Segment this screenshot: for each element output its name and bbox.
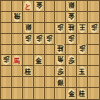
square-3-3[interactable]: 桂 [66,23,77,34]
square-1-9[interactable] [88,88,99,99]
piece-kanji: 玉 [79,68,85,77]
square-6-9[interactable] [34,88,45,99]
piece-歩-4三[interactable]: 歩 [56,23,66,33]
piece-歩-1三[interactable]: 歩 [89,23,99,33]
piece-kanji: 桂 [24,68,30,77]
square-8-5[interactable] [12,45,23,56]
square-9-7[interactable] [1,66,12,77]
square-3-2[interactable]: 金 [66,12,77,23]
square-4-3[interactable]: 歩 [55,23,66,34]
square-4-6[interactable]: 角 [55,55,66,66]
piece-金-6一[interactable]: 金 [34,1,44,11]
square-7-6[interactable] [23,55,34,66]
piece-kanji: 歩 [68,57,74,66]
piece-kanji: 角 [57,55,63,64]
square-3-1[interactable]: 銀 [66,1,77,12]
square-2-3[interactable]: 王 [77,23,88,34]
square-3-6[interactable]: 歩 [66,55,77,66]
square-9-4[interactable] [1,34,12,45]
square-5-7[interactable] [45,66,56,77]
square-5-3[interactable] [45,23,56,34]
piece-kanji: 歩 [24,34,30,43]
piece-玉-2七[interactable]: 玉 [77,66,87,76]
piece-角-4六[interactable]: 角 [56,55,66,65]
piece-kanji: 王 [79,23,85,32]
square-4-9[interactable] [55,88,66,99]
square-9-5[interactable] [1,45,12,56]
piece-kanji: 馬 [14,57,20,66]
square-7-9[interactable] [23,88,34,99]
piece-歩-2五[interactable]: 歩 [77,44,87,54]
square-6-3[interactable] [34,23,45,34]
square-8-9[interactable] [12,88,23,99]
square-1-4[interactable] [88,34,99,45]
square-6-1[interactable]: 金 [34,1,45,12]
piece-銀-4八[interactable]: 銀 [56,77,66,87]
piece-kanji: 歩 [57,23,63,32]
square-9-1[interactable] [1,1,12,12]
square-7-7[interactable]: 桂 [23,66,34,77]
square-2-1[interactable] [77,1,88,12]
square-1-5[interactable] [88,45,99,56]
piece-kanji: と [24,2,31,11]
square-9-2[interactable] [1,12,12,23]
square-5-6[interactable] [45,55,56,66]
square-6-7[interactable] [34,66,45,77]
square-9-9[interactable] [1,88,12,99]
piece-飛-8二[interactable]: 飛 [12,12,22,22]
piece-kanji: 桂 [79,90,85,99]
square-3-4[interactable]: 歩 [66,34,77,45]
square-1-1[interactable] [88,1,99,12]
piece-kanji: 歩 [46,34,52,43]
shogi-board: と金銀飛金銀歩桂王歩歩歩歩歩桂歩歩馬金角歩桂歩玉銀金桂 [0,0,100,100]
piece-歩-7四[interactable]: 歩 [23,34,33,44]
piece-銀-3一[interactable]: 銀 [66,1,76,11]
square-5-9[interactable] [45,88,56,99]
piece-kanji: 桂 [57,44,63,53]
square-2-9[interactable]: 桂 [77,88,88,99]
square-6-2[interactable] [34,12,45,23]
square-2-4[interactable] [77,34,88,45]
square-5-4[interactable]: 歩 [45,34,56,45]
square-1-6[interactable] [88,55,99,66]
piece-kanji: 歩 [90,23,96,32]
piece-kanji: 歩 [3,55,9,64]
square-1-8[interactable] [88,77,99,88]
square-7-2[interactable] [23,12,34,23]
square-7-8[interactable] [23,77,34,88]
piece-kanji: 銀 [68,1,74,10]
piece-kanji: 金 [35,1,41,10]
square-4-5[interactable]: 桂 [55,45,66,56]
square-6-6[interactable]: 金 [34,55,45,66]
piece-kanji: 金 [68,12,74,21]
square-4-8[interactable]: 銀 [55,77,66,88]
piece-歩-5四[interactable]: 歩 [45,34,55,44]
piece-kanji: 歩 [57,68,63,77]
piece-kanji: 歩 [35,34,41,43]
piece-金-3二[interactable]: 金 [66,12,76,22]
square-7-5[interactable] [23,45,34,56]
piece-金-3九[interactable]: 金 [66,88,76,98]
piece-歩-9六[interactable]: 歩 [1,55,11,65]
square-8-6[interactable]: 馬 [12,55,23,66]
square-9-3[interactable] [1,23,12,34]
square-3-9[interactable]: 金 [66,88,77,99]
square-6-5[interactable] [34,45,45,56]
square-6-4[interactable]: 歩 [34,34,45,45]
square-8-1[interactable] [12,1,23,12]
square-8-8[interactable] [12,77,23,88]
piece-kanji: 金 [35,57,41,66]
piece-歩-4七[interactable]: 歩 [56,66,66,76]
piece-kanji: 歩 [79,44,85,53]
piece-歩-3四[interactable]: 歩 [66,34,76,44]
square-2-5[interactable]: 歩 [77,45,88,56]
piece-kanji: 銀 [24,23,30,32]
square-4-2[interactable] [55,12,66,23]
square-2-8[interactable] [77,77,88,88]
square-9-8[interactable] [1,77,12,88]
piece-歩-3六[interactable]: 歩 [66,55,76,65]
piece-桂-2九[interactable]: 桂 [77,88,87,98]
piece-金-6六[interactable]: 金 [34,55,44,65]
square-2-7[interactable]: 玉 [77,66,88,77]
piece-桂-3三[interactable]: 桂 [66,23,76,33]
square-4-7[interactable]: 歩 [55,66,66,77]
square-8-2[interactable]: 飛 [12,12,23,23]
piece-王-2三[interactable]: 王 [77,23,87,33]
piece-歩-6四[interactable]: 歩 [34,34,44,44]
square-9-6[interactable]: 歩 [1,55,12,66]
piece-kanji: 金 [68,90,74,99]
piece-kanji: 歩 [68,34,74,43]
square-7-4[interactable]: 歩 [23,34,34,45]
square-8-7[interactable] [12,66,23,77]
piece-桂-7七[interactable]: 桂 [23,66,33,76]
piece-kanji: 桂 [68,23,74,32]
square-5-2[interactable] [45,12,56,23]
piece-と-7一[interactable]: と [23,1,33,11]
piece-桂-4五[interactable]: 桂 [56,44,66,54]
square-4-4[interactable] [55,34,66,45]
square-7-1[interactable]: と [23,1,34,12]
square-3-5[interactable] [66,45,77,56]
square-7-3[interactable]: 銀 [23,23,34,34]
square-6-8[interactable] [34,77,45,88]
piece-馬-8六[interactable]: 馬 [12,55,22,65]
piece-kanji: 飛 [14,12,20,21]
square-3-7[interactable] [66,66,77,77]
square-5-8[interactable] [45,77,56,88]
piece-kanji: 銀 [57,79,63,88]
square-3-8[interactable] [66,77,77,88]
square-4-1[interactable] [55,1,66,12]
piece-銀-7三[interactable]: 銀 [23,23,33,33]
square-1-3[interactable]: 歩 [88,23,99,34]
square-1-2[interactable] [88,12,99,23]
square-8-4[interactable] [12,34,23,45]
square-2-2[interactable] [77,12,88,23]
square-8-3[interactable] [12,23,23,34]
square-5-1[interactable] [45,1,56,12]
square-1-7[interactable] [88,66,99,77]
square-2-6[interactable] [77,55,88,66]
square-5-5[interactable] [45,45,56,56]
